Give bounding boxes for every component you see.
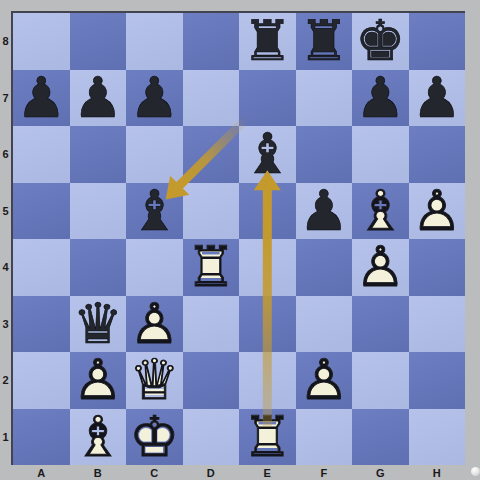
square-b6[interactable]	[70, 126, 127, 183]
piece-black-rook-e8[interactable]: ♜	[239, 13, 296, 70]
chess-board[interactable]: ♜♜♚♟♟♟♟♟♝♝♟♝♗♟♙♜♖♟♙♛♟♙♟♙♛♕♟♙♝♗♚♔♜♖	[11, 11, 465, 465]
square-h3[interactable]	[409, 296, 466, 353]
file-label-f: F	[296, 466, 353, 479]
square-a1[interactable]	[13, 409, 70, 466]
square-d1[interactable]	[183, 409, 240, 466]
square-h8[interactable]	[409, 13, 466, 70]
white-rook-glyph-outline: ♖	[183, 239, 240, 296]
piece-white-king-c1[interactable]: ♚♔	[126, 409, 183, 466]
square-a4[interactable]	[13, 239, 70, 296]
square-a3[interactable]	[13, 296, 70, 353]
square-e3[interactable]	[239, 296, 296, 353]
file-label-h: H	[409, 466, 466, 479]
square-d8[interactable]	[183, 13, 240, 70]
square-c8[interactable]	[126, 13, 183, 70]
square-h6[interactable]	[409, 126, 466, 183]
rank-label-1: 1	[0, 409, 11, 466]
square-c4[interactable]	[126, 239, 183, 296]
black-pawn-glyph: ♟	[126, 70, 183, 127]
rank-label-4: 4	[0, 239, 11, 296]
white-pawn-glyph-outline: ♙	[70, 352, 127, 409]
square-f3[interactable]	[296, 296, 353, 353]
square-f7[interactable]	[296, 70, 353, 127]
piece-white-bishop-b1[interactable]: ♝♗	[70, 409, 127, 466]
piece-black-bishop-e6[interactable]: ♝	[239, 126, 296, 183]
piece-black-rook-f8[interactable]: ♜	[296, 13, 353, 70]
square-f6[interactable]	[296, 126, 353, 183]
square-g6[interactable]	[352, 126, 409, 183]
square-e2[interactable]	[239, 352, 296, 409]
piece-white-pawn-c3[interactable]: ♟♙	[126, 296, 183, 353]
black-pawn-glyph: ♟	[409, 70, 466, 127]
square-d2[interactable]	[183, 352, 240, 409]
square-g3[interactable]	[352, 296, 409, 353]
rank-label-2: 2	[0, 352, 11, 409]
rank-label-8: 8	[0, 13, 11, 70]
square-a8[interactable]	[13, 13, 70, 70]
white-rook-glyph-outline: ♖	[239, 409, 296, 466]
square-e5[interactable]	[239, 183, 296, 240]
piece-black-pawn-c7[interactable]: ♟	[126, 70, 183, 127]
black-pawn-glyph: ♟	[13, 70, 70, 127]
piece-black-pawn-h7[interactable]: ♟	[409, 70, 466, 127]
white-bishop-glyph-outline: ♗	[70, 409, 127, 466]
square-h2[interactable]	[409, 352, 466, 409]
piece-white-bishop-g5[interactable]: ♝♗	[352, 183, 409, 240]
white-king-glyph-outline: ♔	[126, 409, 183, 466]
white-queen-glyph-outline: ♕	[126, 352, 183, 409]
file-label-d: D	[183, 466, 240, 479]
square-e7[interactable]	[239, 70, 296, 127]
rank-label-6: 6	[0, 126, 11, 183]
piece-white-pawn-g4[interactable]: ♟♙	[352, 239, 409, 296]
black-rook-glyph: ♜	[239, 13, 296, 70]
piece-white-rook-e1[interactable]: ♜♖	[239, 409, 296, 466]
black-queen-glyph: ♛	[70, 296, 127, 353]
piece-white-rook-d4[interactable]: ♜♖	[183, 239, 240, 296]
piece-white-queen-c2[interactable]: ♛♕	[126, 352, 183, 409]
piece-black-bishop-c5[interactable]: ♝	[126, 183, 183, 240]
white-bishop-glyph-outline: ♗	[352, 183, 409, 240]
rank-label-3: 3	[0, 296, 11, 353]
square-e4[interactable]	[239, 239, 296, 296]
square-d6[interactable]	[183, 126, 240, 183]
square-h4[interactable]	[409, 239, 466, 296]
white-pawn-glyph-outline: ♙	[409, 183, 466, 240]
piece-black-queen-b3[interactable]: ♛	[70, 296, 127, 353]
black-king-glyph: ♚	[352, 13, 409, 70]
square-g1[interactable]	[352, 409, 409, 466]
black-pawn-glyph: ♟	[70, 70, 127, 127]
square-b8[interactable]	[70, 13, 127, 70]
square-d5[interactable]	[183, 183, 240, 240]
piece-black-pawn-a7[interactable]: ♟	[13, 70, 70, 127]
file-label-g: G	[352, 466, 409, 479]
square-a6[interactable]	[13, 126, 70, 183]
piece-white-pawn-f2[interactable]: ♟♙	[296, 352, 353, 409]
piece-black-pawn-g7[interactable]: ♟	[352, 70, 409, 127]
square-h1[interactable]	[409, 409, 466, 466]
square-a5[interactable]	[13, 183, 70, 240]
square-d7[interactable]	[183, 70, 240, 127]
piece-white-pawn-h5[interactable]: ♟♙	[409, 183, 466, 240]
square-g2[interactable]	[352, 352, 409, 409]
rank-label-7: 7	[0, 70, 11, 127]
piece-white-pawn-b2[interactable]: ♟♙	[70, 352, 127, 409]
square-f1[interactable]	[296, 409, 353, 466]
black-bishop-glyph: ♝	[239, 126, 296, 183]
black-rook-glyph: ♜	[296, 13, 353, 70]
square-b5[interactable]	[70, 183, 127, 240]
side-to-move-indicator	[471, 467, 480, 476]
square-d3[interactable]	[183, 296, 240, 353]
piece-black-king-g8[interactable]: ♚	[352, 13, 409, 70]
square-f4[interactable]	[296, 239, 353, 296]
black-pawn-glyph: ♟	[296, 183, 353, 240]
piece-black-pawn-f5[interactable]: ♟	[296, 183, 353, 240]
square-c6[interactable]	[126, 126, 183, 183]
file-label-a: A	[13, 466, 70, 479]
white-pawn-glyph-outline: ♙	[296, 352, 353, 409]
black-bishop-glyph: ♝	[126, 183, 183, 240]
black-pawn-glyph: ♟	[352, 70, 409, 127]
board-panel: ♜♜♚♟♟♟♟♟♝♝♟♝♗♟♙♜♖♟♙♛♟♙♟♙♛♕♟♙♝♗♚♔♜♖ 87654…	[0, 0, 480, 480]
piece-black-pawn-b7[interactable]: ♟	[70, 70, 127, 127]
rank-label-5: 5	[0, 183, 11, 240]
white-pawn-glyph-outline: ♙	[352, 239, 409, 296]
square-b4[interactable]	[70, 239, 127, 296]
white-pawn-glyph-outline: ♙	[126, 296, 183, 353]
square-a2[interactable]	[13, 352, 70, 409]
